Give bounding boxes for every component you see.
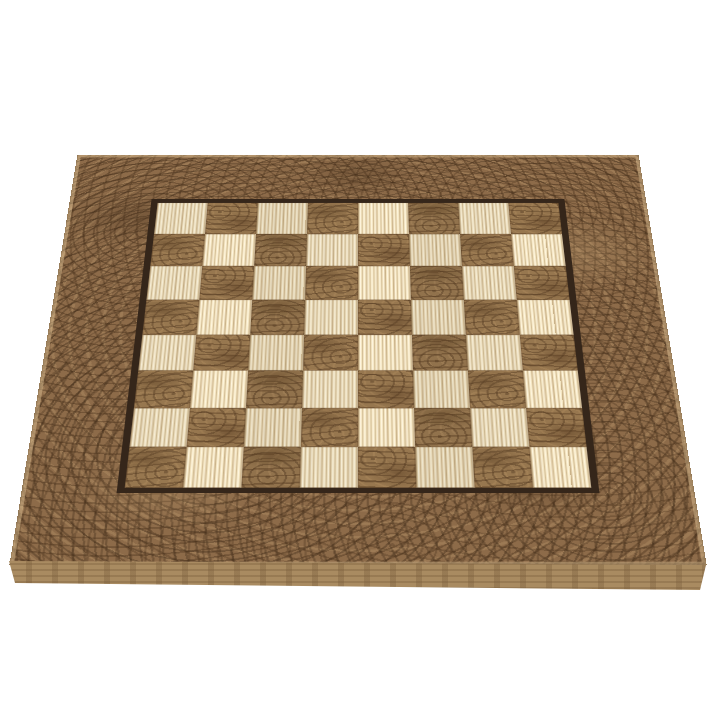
square-e8: [358, 203, 409, 234]
square-g1: [472, 447, 533, 488]
square-d7: [306, 234, 358, 266]
square-a3: [134, 371, 193, 409]
square-h3: [523, 371, 582, 409]
square-e4: [358, 334, 413, 370]
square-a4: [138, 334, 196, 370]
square-h4: [520, 334, 578, 370]
square-h7: [511, 234, 566, 266]
square-f1: [415, 447, 474, 488]
chess-board: [9, 155, 706, 565]
inlay-frame: [117, 199, 600, 493]
square-h6: [514, 266, 570, 299]
square-a8: [154, 203, 208, 234]
square-f7: [409, 234, 462, 266]
square-f6: [410, 266, 464, 299]
square-c7: [254, 234, 307, 266]
square-f2: [414, 408, 472, 447]
square-c3: [246, 371, 303, 409]
square-c2: [244, 408, 302, 447]
square-a7: [150, 234, 205, 266]
square-c5: [250, 300, 305, 335]
square-c8: [256, 203, 308, 234]
square-g5: [464, 300, 520, 335]
square-g8: [458, 203, 511, 234]
playing-field: [125, 203, 592, 488]
square-a1: [125, 447, 187, 488]
square-e3: [358, 371, 414, 409]
square-f8: [408, 203, 460, 234]
square-d2: [301, 408, 358, 447]
square-d3: [302, 371, 358, 409]
square-g6: [462, 266, 517, 299]
square-e1: [358, 447, 416, 488]
square-d4: [303, 334, 358, 370]
square-h1: [529, 447, 591, 488]
square-b8: [205, 203, 258, 234]
square-f3: [413, 371, 470, 409]
square-b5: [196, 300, 252, 335]
square-h8: [508, 203, 562, 234]
square-a6: [146, 266, 202, 299]
square-b3: [190, 371, 248, 409]
product-photo-background: [0, 0, 727, 727]
square-b7: [202, 234, 256, 266]
square-g7: [460, 234, 514, 266]
square-e6: [358, 266, 411, 299]
square-d1: [300, 447, 358, 488]
square-d5: [304, 300, 358, 335]
square-h5: [517, 300, 574, 335]
square-f4: [412, 334, 468, 370]
square-d8: [307, 203, 358, 234]
square-c4: [248, 334, 304, 370]
square-e2: [358, 408, 415, 447]
square-a2: [129, 408, 190, 447]
square-g3: [468, 371, 526, 409]
square-e5: [358, 300, 412, 335]
square-b4: [193, 334, 250, 370]
square-f5: [411, 300, 466, 335]
square-e7: [358, 234, 410, 266]
square-a5: [142, 300, 199, 335]
square-d6: [305, 266, 358, 299]
square-b2: [187, 408, 246, 447]
square-g4: [466, 334, 523, 370]
square-b6: [199, 266, 254, 299]
square-h2: [526, 408, 587, 447]
square-c1: [241, 447, 300, 488]
square-b1: [183, 447, 244, 488]
square-g2: [470, 408, 529, 447]
square-c6: [252, 266, 306, 299]
